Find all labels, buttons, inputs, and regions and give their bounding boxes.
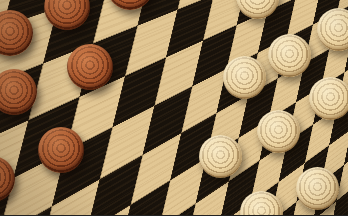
light-piece[interactable]	[268, 34, 311, 77]
dark-piece[interactable]	[107, 0, 153, 10]
dark-piece[interactable]	[0, 10, 33, 56]
light-piece[interactable]	[296, 167, 339, 210]
light-piece[interactable]	[236, 0, 279, 19]
light-piece[interactable]	[223, 56, 266, 99]
light-piece[interactable]	[309, 77, 348, 120]
dark-piece[interactable]	[44, 0, 90, 30]
dark-piece[interactable]	[38, 127, 84, 173]
dark-piece[interactable]	[0, 156, 15, 202]
pieces-layer	[0, 0, 348, 215]
light-piece[interactable]	[317, 8, 348, 51]
light-piece[interactable]	[199, 135, 242, 178]
dark-piece[interactable]	[67, 44, 113, 90]
dark-piece[interactable]	[0, 69, 37, 115]
light-piece[interactable]	[257, 110, 300, 153]
checkers-photo	[0, 0, 348, 215]
light-piece[interactable]	[240, 191, 283, 216]
